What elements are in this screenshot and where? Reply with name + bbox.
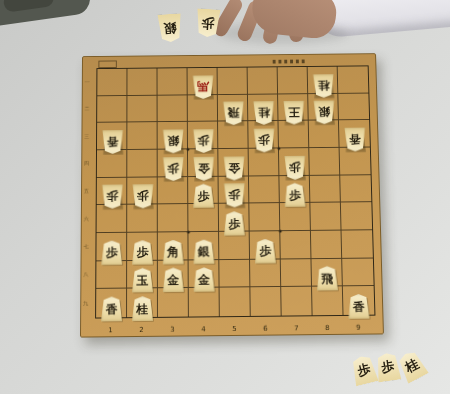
board-square <box>250 287 281 316</box>
board-square <box>310 203 341 231</box>
file-label: 3 <box>157 326 188 334</box>
shogi-board: 馬桂飛桂王銀香銀歩歩香歩金金歩歩歩歩歩歩歩歩歩角銀歩玉金金飛香桂香 123456… <box>80 53 384 337</box>
captured-piece-pawn: 歩 <box>349 354 379 387</box>
file-label: 8 <box>312 324 343 332</box>
board-square <box>219 259 250 287</box>
hoshi-dot <box>187 231 190 234</box>
board-square <box>249 203 280 231</box>
board-square <box>338 93 369 120</box>
board-square <box>340 175 371 203</box>
board-square <box>127 68 157 95</box>
board-square <box>158 204 189 232</box>
shogi-piece-b-pawn: 歩 <box>254 239 276 264</box>
dark-sleeve <box>0 0 92 27</box>
rank-label: 三 <box>84 122 89 149</box>
rank-label: 七 <box>84 232 89 260</box>
rank-label: 四 <box>84 149 89 176</box>
board-square <box>218 68 248 95</box>
board-square <box>220 288 251 317</box>
file-label: 1 <box>95 326 126 334</box>
rank-label: 八 <box>83 260 88 288</box>
board-square <box>341 202 372 230</box>
board-square <box>311 231 342 259</box>
hoshi-dot <box>279 230 282 233</box>
shogi-piece-b-pawn: 歩 <box>132 240 154 265</box>
board-square <box>157 68 187 95</box>
shogi-piece-b-pawn: 歩 <box>223 211 245 235</box>
board-square <box>342 230 373 258</box>
file-label: 2 <box>126 326 157 334</box>
shogi-piece-b-pawn: 歩 <box>193 184 215 208</box>
shogi-piece-b-silver: 銀 <box>193 239 215 264</box>
rank-label: 五 <box>84 177 89 205</box>
file-label: 4 <box>188 325 219 333</box>
shogi-piece-b-lance: 香 <box>101 296 123 321</box>
shogi-piece-b-bishop: 角 <box>162 240 184 265</box>
board-square <box>281 287 312 316</box>
shogi-piece-b-knight: 桂 <box>132 296 154 321</box>
rank-label: 九 <box>83 288 88 316</box>
file-labels: 123456789 <box>95 324 374 335</box>
shogi-piece-b-king: 玉 <box>132 268 154 293</box>
shogi-piece-b-gold: 金 <box>162 268 184 293</box>
board-square <box>278 67 309 94</box>
board-square <box>158 95 188 122</box>
board-margin-fine-print <box>273 59 306 63</box>
board-square <box>281 259 312 287</box>
captured-piece-silver: 銀 <box>157 13 183 43</box>
captured-piece-pawn: 歩 <box>374 351 402 382</box>
file-label: 5 <box>219 325 250 333</box>
photo-scene: 馬桂飛桂王銀香銀歩歩香歩金金歩歩歩歩歩歩歩歩歩角銀歩玉金金飛香桂香 123456… <box>0 0 450 394</box>
board-grid: 馬桂飛桂王銀香銀歩歩香歩金金歩歩歩歩歩歩歩歩歩角銀歩玉金金飛香桂香 <box>95 65 375 318</box>
shogi-piece-b-pawn: 歩 <box>101 240 123 265</box>
board-square <box>309 148 340 176</box>
file-label: 7 <box>281 324 312 332</box>
board-square <box>127 95 157 122</box>
hoshi-dot <box>186 148 189 151</box>
board-square <box>97 69 127 96</box>
board-square <box>97 96 127 123</box>
board-square <box>338 66 369 93</box>
board-square <box>280 231 311 259</box>
board-square <box>342 258 373 286</box>
file-label: 9 <box>343 324 374 332</box>
board-square <box>248 67 278 94</box>
rank-label: 一 <box>85 68 90 95</box>
file-label: 6 <box>250 325 281 333</box>
board-square <box>249 176 280 204</box>
shogi-piece-b-gold: 金 <box>193 267 215 292</box>
rank-label: 二 <box>84 95 89 122</box>
board-square <box>127 150 157 178</box>
hoshi-dot <box>277 147 280 150</box>
board-square <box>310 175 341 203</box>
board-square <box>127 122 157 150</box>
rank-label: 六 <box>84 204 89 232</box>
rank-labels: 一二三四五六七八九 <box>83 68 90 316</box>
